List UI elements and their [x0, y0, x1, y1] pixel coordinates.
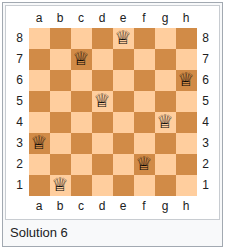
square-b7	[50, 49, 71, 70]
square-f1	[134, 175, 155, 196]
square-b8	[50, 28, 71, 49]
file-label-bottom-e: e	[113, 196, 134, 217]
square-a5	[29, 91, 50, 112]
file-label-bottom-b: b	[50, 196, 71, 217]
square-b4	[50, 112, 71, 133]
file-label-bottom-h: h	[176, 196, 197, 217]
square-g4: ♕	[155, 112, 176, 133]
file-label-top-a: a	[29, 9, 50, 28]
square-a8	[29, 28, 50, 49]
square-h7	[176, 49, 197, 70]
chessboard: abcdefgh8♕87♕76♕65♕54♕43♕32♕21♕1abcdefgh	[11, 9, 215, 217]
rank-label-left-7: 7	[11, 49, 29, 70]
square-g1	[155, 175, 176, 196]
square-e6	[113, 70, 134, 91]
square-d8	[92, 28, 113, 49]
square-d1	[92, 175, 113, 196]
chess-diagram-image[interactable]: abcdefgh8♕87♕76♕65♕54♕43♕32♕21♕1abcdefgh	[5, 5, 220, 220]
square-e2	[113, 154, 134, 175]
white-queen: ♕	[93, 90, 110, 111]
rank-label-left-8: 8	[11, 28, 29, 49]
square-g6	[155, 70, 176, 91]
square-b2	[50, 154, 71, 175]
rank-label-right-1: 1	[197, 175, 215, 196]
file-label-bottom-d: d	[92, 196, 113, 217]
square-d7	[92, 49, 113, 70]
square-g5	[155, 91, 176, 112]
rank-label-left-1: 1	[11, 175, 29, 196]
file-label-top-d: d	[92, 9, 113, 28]
square-h8	[176, 28, 197, 49]
square-d3	[92, 133, 113, 154]
square-c3	[71, 133, 92, 154]
square-g3	[155, 133, 176, 154]
square-h4	[176, 112, 197, 133]
file-label-top-b: b	[50, 9, 71, 28]
board-corner	[11, 9, 29, 28]
square-b6	[50, 70, 71, 91]
white-queen: ♕	[177, 69, 194, 90]
file-label-top-f: f	[134, 9, 155, 28]
square-d5: ♕	[92, 91, 113, 112]
square-h5	[176, 91, 197, 112]
square-a3: ♕	[29, 133, 50, 154]
square-b3	[50, 133, 71, 154]
rank-label-left-3: 3	[11, 133, 29, 154]
square-f8	[134, 28, 155, 49]
rank-label-left-6: 6	[11, 70, 29, 91]
square-d4	[92, 112, 113, 133]
square-b5	[50, 91, 71, 112]
rank-label-right-6: 6	[197, 70, 215, 91]
board-corner	[11, 196, 29, 217]
figure-frame: abcdefgh8♕87♕76♕65♕54♕43♕32♕21♕1abcdefgh…	[2, 2, 223, 247]
board-corner	[197, 196, 215, 217]
square-c1	[71, 175, 92, 196]
rank-label-left-4: 4	[11, 112, 29, 133]
square-a6	[29, 70, 50, 91]
file-label-top-g: g	[155, 9, 176, 28]
rank-label-right-3: 3	[197, 133, 215, 154]
rank-label-left-2: 2	[11, 154, 29, 175]
white-queen: ♕	[51, 174, 68, 195]
white-queen: ♕	[72, 48, 89, 69]
square-f3	[134, 133, 155, 154]
white-queen: ♕	[114, 27, 131, 48]
white-queen: ♕	[156, 111, 173, 132]
square-f5	[134, 91, 155, 112]
file-label-bottom-g: g	[155, 196, 176, 217]
rank-label-right-2: 2	[197, 154, 215, 175]
square-e5	[113, 91, 134, 112]
file-label-bottom-c: c	[71, 196, 92, 217]
square-e1	[113, 175, 134, 196]
square-e4	[113, 112, 134, 133]
file-label-bottom-f: f	[134, 196, 155, 217]
figure-caption: Solution 6	[5, 220, 220, 241]
white-queen: ♕	[30, 132, 47, 153]
square-h6: ♕	[176, 70, 197, 91]
file-label-top-c: c	[71, 9, 92, 28]
square-d6	[92, 70, 113, 91]
square-h3	[176, 133, 197, 154]
square-f7	[134, 49, 155, 70]
square-f2: ♕	[134, 154, 155, 175]
square-g7	[155, 49, 176, 70]
square-c7: ♕	[71, 49, 92, 70]
square-e8: ♕	[113, 28, 134, 49]
file-label-bottom-a: a	[29, 196, 50, 217]
square-a7	[29, 49, 50, 70]
square-g2	[155, 154, 176, 175]
square-c5	[71, 91, 92, 112]
rank-label-right-7: 7	[197, 49, 215, 70]
square-e3	[113, 133, 134, 154]
white-queen: ♕	[135, 153, 152, 174]
square-c4	[71, 112, 92, 133]
square-a1	[29, 175, 50, 196]
square-a4	[29, 112, 50, 133]
square-b1: ♕	[50, 175, 71, 196]
square-d2	[92, 154, 113, 175]
file-label-top-h: h	[176, 9, 197, 28]
square-a2	[29, 154, 50, 175]
square-f6	[134, 70, 155, 91]
square-c8	[71, 28, 92, 49]
square-c2	[71, 154, 92, 175]
square-e7	[113, 49, 134, 70]
square-g8	[155, 28, 176, 49]
rank-label-right-4: 4	[197, 112, 215, 133]
rank-label-right-8: 8	[197, 28, 215, 49]
square-c6	[71, 70, 92, 91]
square-h1	[176, 175, 197, 196]
rank-label-left-5: 5	[11, 91, 29, 112]
square-h2	[176, 154, 197, 175]
square-f4	[134, 112, 155, 133]
rank-label-right-5: 5	[197, 91, 215, 112]
board-corner	[197, 9, 215, 28]
